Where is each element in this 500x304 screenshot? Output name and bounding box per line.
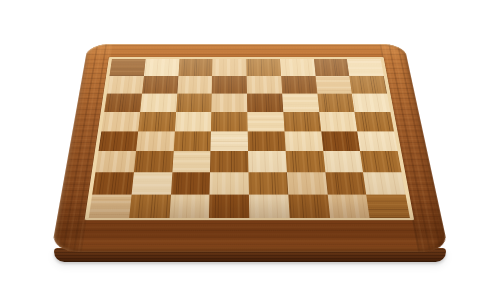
square-b4[interactable]	[136, 131, 175, 151]
square-e7[interactable]	[247, 76, 282, 94]
square-d6[interactable]	[212, 93, 248, 111]
square-b7[interactable]	[142, 76, 178, 94]
square-d8[interactable]	[212, 59, 246, 76]
square-b8[interactable]	[144, 59, 179, 76]
square-a2[interactable]	[92, 173, 133, 195]
square-h4[interactable]	[357, 131, 397, 151]
square-d2[interactable]	[210, 173, 249, 195]
board-playing-field	[89, 59, 410, 218]
square-h8[interactable]	[347, 59, 384, 76]
square-a1[interactable]	[89, 195, 132, 218]
square-a6[interactable]	[104, 93, 142, 111]
square-g4[interactable]	[321, 131, 360, 151]
square-f8[interactable]	[280, 59, 315, 76]
square-a4[interactable]	[98, 131, 138, 151]
square-g8[interactable]	[313, 59, 349, 76]
square-f7[interactable]	[281, 76, 317, 94]
square-a3[interactable]	[95, 151, 135, 172]
square-e3[interactable]	[248, 151, 287, 172]
square-b5[interactable]	[138, 112, 176, 131]
square-g7[interactable]	[315, 76, 352, 94]
square-f6[interactable]	[282, 93, 319, 111]
square-g5[interactable]	[319, 112, 358, 131]
square-d1[interactable]	[209, 195, 249, 218]
square-f5[interactable]	[283, 112, 321, 131]
square-b2[interactable]	[131, 173, 172, 195]
square-e2[interactable]	[248, 173, 288, 195]
square-c6[interactable]	[176, 93, 212, 111]
square-e5[interactable]	[247, 112, 284, 131]
square-g6[interactable]	[317, 93, 355, 111]
square-f3[interactable]	[285, 151, 325, 172]
square-c5[interactable]	[175, 112, 212, 131]
square-c2[interactable]	[171, 173, 211, 195]
square-d3[interactable]	[210, 151, 248, 172]
square-c7[interactable]	[177, 76, 212, 94]
chessboard	[51, 44, 449, 252]
square-b6[interactable]	[140, 93, 177, 111]
square-g3[interactable]	[323, 151, 363, 172]
square-d5[interactable]	[211, 112, 248, 131]
square-d4[interactable]	[211, 131, 248, 151]
square-h7[interactable]	[349, 76, 387, 94]
square-a8[interactable]	[109, 59, 145, 76]
square-h6[interactable]	[352, 93, 390, 111]
square-f2[interactable]	[287, 173, 328, 195]
square-h2[interactable]	[363, 173, 405, 195]
square-h5[interactable]	[355, 112, 394, 131]
square-c8[interactable]	[178, 59, 213, 76]
product-photo-stage	[0, 0, 500, 304]
square-e6[interactable]	[247, 93, 283, 111]
square-a5[interactable]	[101, 112, 140, 131]
square-h3[interactable]	[360, 151, 401, 172]
square-c4[interactable]	[173, 131, 211, 151]
square-d7[interactable]	[212, 76, 247, 94]
board-inlay-line	[85, 57, 415, 220]
square-f4[interactable]	[284, 131, 323, 151]
square-e4[interactable]	[248, 131, 286, 151]
square-g1[interactable]	[327, 195, 369, 218]
square-a7[interactable]	[107, 76, 144, 94]
square-e1[interactable]	[249, 195, 290, 218]
square-c3[interactable]	[172, 151, 211, 172]
square-h1[interactable]	[366, 195, 409, 218]
square-b3[interactable]	[134, 151, 174, 172]
square-b1[interactable]	[129, 195, 171, 218]
square-c1[interactable]	[169, 195, 210, 218]
square-e8[interactable]	[246, 59, 281, 76]
square-g2[interactable]	[325, 173, 366, 195]
square-f1[interactable]	[288, 195, 330, 218]
